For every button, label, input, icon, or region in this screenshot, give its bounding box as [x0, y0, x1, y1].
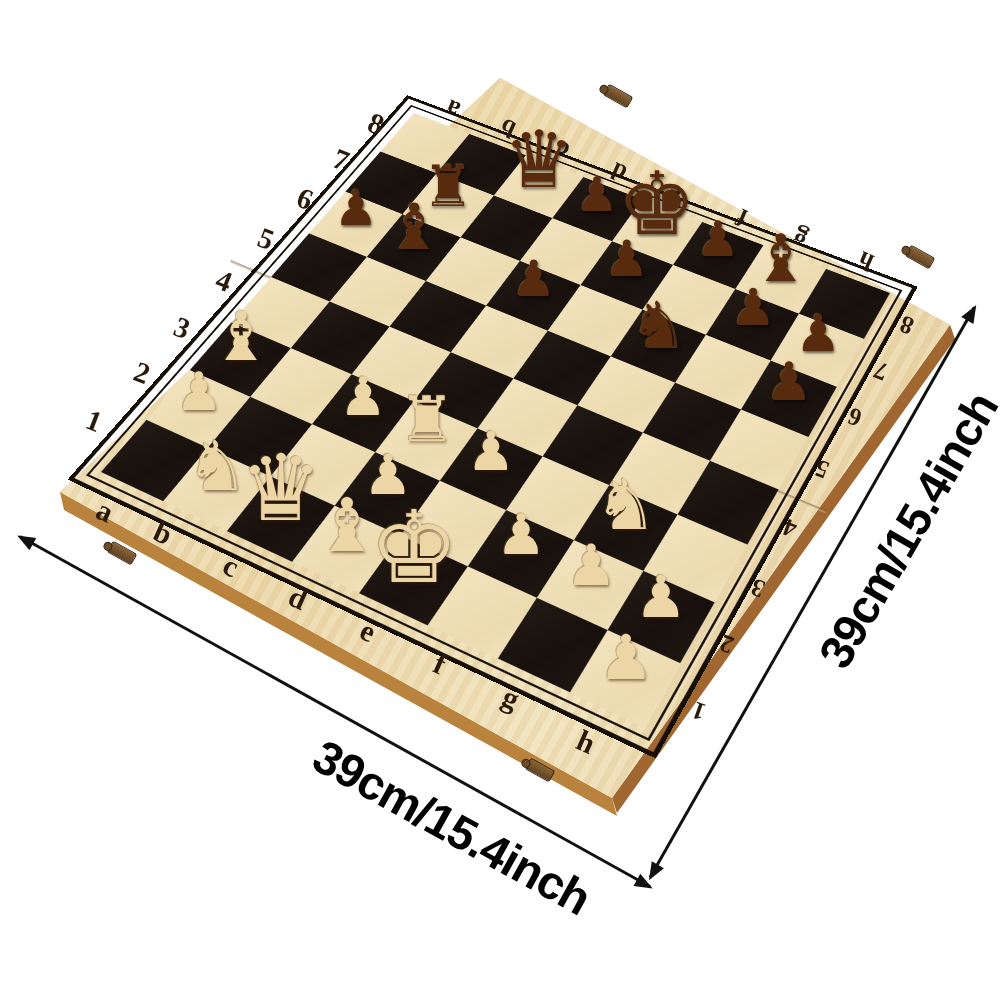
file-label-far-h: h	[854, 245, 878, 276]
rank-label-near-2: 2	[129, 355, 154, 391]
metal-clasp-3	[603, 84, 634, 109]
rank-label-near-6: 6	[292, 181, 317, 217]
rank-label-near-5: 5	[253, 221, 278, 257]
chess-board-grid	[101, 113, 890, 727]
rank-label-near-3: 3	[169, 310, 194, 346]
rank-label-near-1: 1	[81, 403, 106, 439]
metal-clasp-4	[905, 245, 936, 270]
rank-label-near-8: 8	[363, 106, 388, 142]
product-photo-stage: abcdefgh12345678abcdefgh87654321 ♛♟♚♟♝♜♟…	[0, 0, 1000, 1000]
rank-label-near-4: 4	[211, 263, 236, 299]
rank-label-near-7: 7	[328, 142, 353, 178]
